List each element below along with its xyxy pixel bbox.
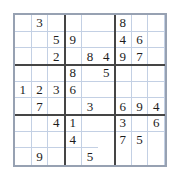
cell-r5c8[interactable] bbox=[132, 82, 149, 99]
cell-r4c5[interactable] bbox=[82, 65, 99, 82]
box-divider-vertical-right bbox=[114, 15, 116, 165]
cell-r5c4[interactable]: 6 bbox=[65, 82, 82, 99]
cell-r2c8[interactable]: 6 bbox=[132, 32, 149, 49]
cell-r1c7[interactable]: 8 bbox=[115, 15, 132, 32]
cell-r2c2[interactable] bbox=[32, 32, 49, 49]
box-divider-horizontal-bottom bbox=[15, 114, 165, 116]
cell-r9c4[interactable] bbox=[65, 148, 82, 165]
cell-r2c9[interactable] bbox=[148, 32, 165, 49]
cell-r4c8[interactable] bbox=[132, 65, 149, 82]
sudoku-page: 3859462849785123673694413647595 bbox=[0, 0, 180, 180]
cell-r2c4[interactable]: 9 bbox=[65, 32, 82, 49]
cell-r1c1[interactable] bbox=[15, 15, 32, 32]
cell-r8c6[interactable] bbox=[98, 132, 115, 149]
cell-r3c5[interactable]: 8 bbox=[82, 48, 99, 65]
cell-r6c5[interactable]: 3 bbox=[82, 98, 99, 115]
cell-r2c1[interactable] bbox=[15, 32, 32, 49]
cell-r5c7[interactable] bbox=[115, 82, 132, 99]
cell-r7c4[interactable]: 1 bbox=[65, 115, 82, 132]
cell-r5c3[interactable]: 3 bbox=[48, 82, 65, 99]
sudoku-board: 3859462849785123673694413647595 bbox=[13, 13, 167, 167]
cell-r8c8[interactable]: 5 bbox=[132, 132, 149, 149]
cell-r1c6[interactable] bbox=[98, 15, 115, 32]
cell-r6c6[interactable] bbox=[98, 98, 115, 115]
cell-r3c9[interactable] bbox=[148, 48, 165, 65]
cell-r6c2[interactable]: 7 bbox=[32, 98, 49, 115]
cell-r5c1[interactable]: 1 bbox=[15, 82, 32, 99]
cell-r8c9[interactable] bbox=[148, 132, 165, 149]
cell-r9c9[interactable] bbox=[148, 148, 165, 165]
cell-r6c8[interactable]: 9 bbox=[132, 98, 149, 115]
cell-r8c5[interactable] bbox=[82, 132, 99, 149]
cell-r3c7[interactable]: 9 bbox=[115, 48, 132, 65]
cell-r7c9[interactable]: 6 bbox=[148, 115, 165, 132]
cell-r1c9[interactable] bbox=[148, 15, 165, 32]
cell-r7c1[interactable] bbox=[15, 115, 32, 132]
cell-r5c9[interactable] bbox=[148, 82, 165, 99]
cell-r4c1[interactable] bbox=[15, 65, 32, 82]
cell-r8c2[interactable] bbox=[32, 132, 49, 149]
cell-r1c8[interactable] bbox=[132, 15, 149, 32]
cell-r1c5[interactable] bbox=[82, 15, 99, 32]
cell-r5c6[interactable] bbox=[98, 82, 115, 99]
cell-r4c2[interactable] bbox=[32, 65, 49, 82]
cell-r3c2[interactable] bbox=[32, 48, 49, 65]
cell-r9c8[interactable] bbox=[132, 148, 149, 165]
cell-r2c6[interactable] bbox=[98, 32, 115, 49]
cell-r7c8[interactable] bbox=[132, 115, 149, 132]
cell-r7c6[interactable] bbox=[98, 115, 115, 132]
cell-r5c5[interactable] bbox=[82, 82, 99, 99]
cell-r7c3[interactable]: 4 bbox=[48, 115, 65, 132]
cell-r8c1[interactable] bbox=[15, 132, 32, 149]
cell-r6c9[interactable]: 4 bbox=[148, 98, 165, 115]
cell-r4c3[interactable] bbox=[48, 65, 65, 82]
cell-r3c6[interactable]: 4 bbox=[98, 48, 115, 65]
cell-r1c4[interactable] bbox=[65, 15, 82, 32]
cell-r2c7[interactable]: 4 bbox=[115, 32, 132, 49]
cell-r9c6[interactable] bbox=[98, 148, 115, 165]
cell-r9c1[interactable] bbox=[15, 148, 32, 165]
cell-r3c1[interactable] bbox=[15, 48, 32, 65]
cell-r9c3[interactable] bbox=[48, 148, 65, 165]
cell-r4c6[interactable]: 5 bbox=[98, 65, 115, 82]
box-divider-vertical-left bbox=[64, 15, 66, 165]
cell-r7c2[interactable] bbox=[32, 115, 49, 132]
cell-r6c1[interactable] bbox=[15, 98, 32, 115]
cell-r6c3[interactable] bbox=[48, 98, 65, 115]
cell-r3c8[interactable]: 7 bbox=[132, 48, 149, 65]
cell-r7c5[interactable] bbox=[82, 115, 99, 132]
cell-r9c2[interactable]: 9 bbox=[32, 148, 49, 165]
cell-r6c7[interactable]: 6 bbox=[115, 98, 132, 115]
cell-r6c4[interactable] bbox=[65, 98, 82, 115]
cell-r4c7[interactable] bbox=[115, 65, 132, 82]
cell-r7c7[interactable]: 3 bbox=[115, 115, 132, 132]
cell-r1c2[interactable]: 3 bbox=[32, 15, 49, 32]
cell-r4c9[interactable] bbox=[148, 65, 165, 82]
cell-r4c4[interactable]: 8 bbox=[65, 65, 82, 82]
cell-r3c4[interactable] bbox=[65, 48, 82, 65]
cell-r2c5[interactable] bbox=[82, 32, 99, 49]
cell-r8c7[interactable]: 7 bbox=[115, 132, 132, 149]
box-divider-horizontal-top bbox=[15, 64, 165, 66]
cell-r8c4[interactable]: 4 bbox=[65, 132, 82, 149]
cell-r5c2[interactable]: 2 bbox=[32, 82, 49, 99]
cell-r9c7[interactable] bbox=[115, 148, 132, 165]
cell-r8c3[interactable] bbox=[48, 132, 65, 149]
cell-r3c3[interactable]: 2 bbox=[48, 48, 65, 65]
cell-r1c3[interactable] bbox=[48, 15, 65, 32]
cell-r9c5[interactable]: 5 bbox=[82, 148, 99, 165]
cell-r2c3[interactable]: 5 bbox=[48, 32, 65, 49]
